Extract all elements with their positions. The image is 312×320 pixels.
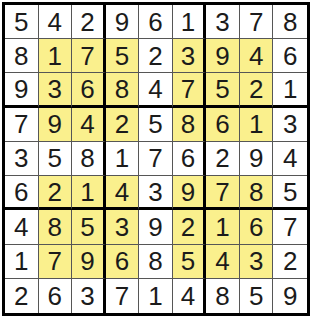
sudoku-page: 5429613788175239469368475217942586133581… [0, 0, 312, 320]
cell-r3c5[interactable]: 4 [139, 73, 173, 107]
cell-r6c9[interactable]: 5 [273, 176, 307, 210]
cell-r9c9[interactable]: 9 [273, 279, 307, 313]
cell-r7c8[interactable]: 6 [240, 210, 274, 244]
cell-r9c5[interactable]: 1 [139, 279, 173, 313]
cell-r2c7[interactable]: 9 [206, 39, 240, 73]
cell-r2c9[interactable]: 6 [273, 39, 307, 73]
cell-r3c3[interactable]: 6 [72, 73, 106, 107]
cell-r1c9[interactable]: 8 [273, 5, 307, 39]
cell-r8c2[interactable]: 7 [39, 245, 73, 279]
cell-r4c5[interactable]: 5 [139, 108, 173, 142]
cell-r9c2[interactable]: 6 [39, 279, 73, 313]
cell-r1c5[interactable]: 6 [139, 5, 173, 39]
cell-r4c4[interactable]: 2 [106, 108, 140, 142]
cell-r3c4[interactable]: 8 [106, 73, 140, 107]
cell-r4c6[interactable]: 8 [173, 108, 207, 142]
cell-r4c1[interactable]: 7 [5, 108, 39, 142]
cell-r1c2[interactable]: 4 [39, 5, 73, 39]
cell-r5c6[interactable]: 6 [173, 142, 207, 176]
cell-r6c8[interactable]: 8 [240, 176, 274, 210]
cell-r8c6[interactable]: 5 [173, 245, 207, 279]
cell-r4c7[interactable]: 6 [206, 108, 240, 142]
cell-r5c1[interactable]: 3 [5, 142, 39, 176]
cell-r7c6[interactable]: 2 [173, 210, 207, 244]
cell-r2c2[interactable]: 1 [39, 39, 73, 73]
cell-r7c2[interactable]: 8 [39, 210, 73, 244]
cell-r8c5[interactable]: 8 [139, 245, 173, 279]
cell-r1c6[interactable]: 1 [173, 5, 207, 39]
cell-r9c7[interactable]: 8 [206, 279, 240, 313]
cell-r9c1[interactable]: 2 [5, 279, 39, 313]
cell-r6c1[interactable]: 6 [5, 176, 39, 210]
cell-r7c9[interactable]: 7 [273, 210, 307, 244]
cell-r1c8[interactable]: 7 [240, 5, 274, 39]
cell-r1c4[interactable]: 9 [106, 5, 140, 39]
cell-r3c6[interactable]: 7 [173, 73, 207, 107]
cell-r2c1[interactable]: 8 [5, 39, 39, 73]
cell-r5c9[interactable]: 4 [273, 142, 307, 176]
cell-r4c9[interactable]: 3 [273, 108, 307, 142]
cell-r8c4[interactable]: 6 [106, 245, 140, 279]
cell-r8c7[interactable]: 4 [206, 245, 240, 279]
cell-r1c7[interactable]: 3 [206, 5, 240, 39]
cell-r5c7[interactable]: 2 [206, 142, 240, 176]
cell-r5c5[interactable]: 7 [139, 142, 173, 176]
cell-r9c8[interactable]: 5 [240, 279, 274, 313]
sudoku-board: 5429613788175239469368475217942586133581… [2, 2, 310, 316]
cell-r8c1[interactable]: 1 [5, 245, 39, 279]
cell-r9c6[interactable]: 4 [173, 279, 207, 313]
cell-r4c3[interactable]: 4 [72, 108, 106, 142]
cell-r6c3[interactable]: 1 [72, 176, 106, 210]
cell-r8c8[interactable]: 3 [240, 245, 274, 279]
cell-r6c2[interactable]: 2 [39, 176, 73, 210]
cell-r2c4[interactable]: 5 [106, 39, 140, 73]
cell-r6c4[interactable]: 4 [106, 176, 140, 210]
cell-r7c7[interactable]: 1 [206, 210, 240, 244]
cell-r2c8[interactable]: 4 [240, 39, 274, 73]
cell-r7c1[interactable]: 4 [5, 210, 39, 244]
cell-r9c4[interactable]: 7 [106, 279, 140, 313]
cell-r2c3[interactable]: 7 [72, 39, 106, 73]
cell-r7c4[interactable]: 3 [106, 210, 140, 244]
cell-r5c4[interactable]: 1 [106, 142, 140, 176]
cell-r7c3[interactable]: 5 [72, 210, 106, 244]
cell-r5c2[interactable]: 5 [39, 142, 73, 176]
cell-r3c2[interactable]: 3 [39, 73, 73, 107]
cell-r1c3[interactable]: 2 [72, 5, 106, 39]
cell-r9c3[interactable]: 3 [72, 279, 106, 313]
cell-r1c1[interactable]: 5 [5, 5, 39, 39]
cell-r6c5[interactable]: 3 [139, 176, 173, 210]
cell-r3c7[interactable]: 5 [206, 73, 240, 107]
cell-r2c5[interactable]: 2 [139, 39, 173, 73]
cell-r3c9[interactable]: 1 [273, 73, 307, 107]
cell-r5c3[interactable]: 8 [72, 142, 106, 176]
cell-r4c2[interactable]: 9 [39, 108, 73, 142]
cell-r6c7[interactable]: 7 [206, 176, 240, 210]
cell-r2c6[interactable]: 3 [173, 39, 207, 73]
cell-r7c5[interactable]: 9 [139, 210, 173, 244]
cell-r4c8[interactable]: 1 [240, 108, 274, 142]
cell-r3c1[interactable]: 9 [5, 73, 39, 107]
cell-r8c9[interactable]: 2 [273, 245, 307, 279]
cell-r8c3[interactable]: 9 [72, 245, 106, 279]
cell-r3c8[interactable]: 2 [240, 73, 274, 107]
cell-r5c8[interactable]: 9 [240, 142, 274, 176]
cell-r6c6[interactable]: 9 [173, 176, 207, 210]
